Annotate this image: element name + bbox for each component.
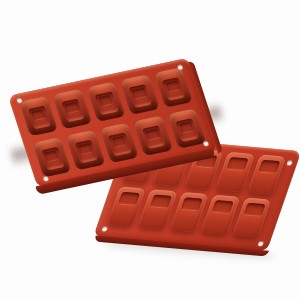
mold-cavity [33,137,72,177]
cavity-deep-step [31,109,46,121]
cavity-inner-step [75,140,98,164]
cavity-deep-step [112,136,127,148]
mold-cavity [19,96,58,136]
bump-top-recess [227,157,249,172]
cavity-deep-step [132,88,147,100]
cavity-deep-step [179,122,194,134]
mold-bump [247,155,286,195]
bump-top-recess [243,202,265,217]
product-photo [0,0,300,300]
cavity-inner-step [95,92,118,116]
cavity-deep-step [166,81,181,93]
mold-cavity [100,123,139,163]
eyelet-hole [257,241,264,246]
cavity-inner-step [162,77,185,101]
bump-top-recess [212,200,234,215]
cavity-inner-step [108,133,131,157]
cavity-inner-step [142,126,165,150]
bump-top-recess [258,159,280,174]
mold-cavity [134,116,173,156]
cavity-deep-step [98,95,113,107]
bump-top-recess [180,197,202,212]
mold-cavity [87,82,126,122]
cavity-deep-step [145,129,160,141]
cavity-deep-step [44,150,59,162]
mold-cavity [53,89,92,129]
cavity-inner-step [129,85,152,109]
eyelet-hole [203,140,209,146]
cavity-inner-step [61,99,84,123]
bump-top-recess [118,191,140,206]
eyelet-hole [43,176,49,182]
front-mold-side-wall [94,236,269,257]
cavity-inner-step [28,106,51,130]
eyelet-hole [286,160,293,165]
mold-bump [232,197,271,237]
mold-cavity [66,130,105,170]
cavity-inner-step [41,147,64,171]
cavity-deep-step [78,143,93,155]
cavity-inner-step [176,119,199,143]
cavity-deep-step [65,102,80,114]
eyelet-hole [101,226,108,231]
mold-cavity [154,67,193,107]
mold-cavity [167,108,206,148]
mold-cavity [120,74,159,114]
bump-top-recess [149,194,171,209]
